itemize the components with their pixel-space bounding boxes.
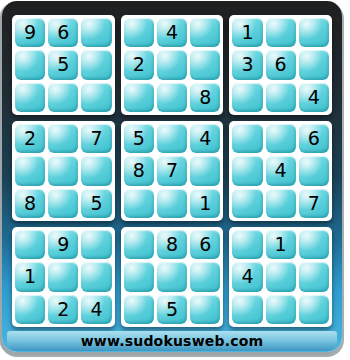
cell-r3c9[interactable]: 4 [299, 83, 329, 112]
cell-r9c8[interactable] [266, 295, 296, 324]
cell-r6c9[interactable]: 7 [299, 189, 329, 218]
cell-r5c1[interactable] [15, 156, 45, 185]
cell-r2c1[interactable] [15, 50, 45, 79]
cell-r3c8[interactable] [266, 83, 296, 112]
cell-r1c9[interactable] [299, 18, 329, 47]
cell-r8c3[interactable] [81, 262, 111, 291]
box-3-2: 865 [121, 227, 224, 327]
cell-r8c7[interactable]: 4 [232, 262, 262, 291]
cell-r2c4[interactable]: 2 [124, 50, 154, 79]
cell-r5c5[interactable]: 7 [157, 156, 187, 185]
cell-r5c4[interactable]: 8 [124, 156, 154, 185]
cell-r3c1[interactable] [15, 83, 45, 112]
cell-r5c7[interactable] [232, 156, 262, 185]
cell-r6c6[interactable]: 1 [190, 189, 220, 218]
cell-r6c4[interactable] [124, 189, 154, 218]
cell-r2c2[interactable]: 5 [48, 50, 78, 79]
cell-r9c6[interactable] [190, 295, 220, 324]
cell-r6c1[interactable]: 8 [15, 189, 45, 218]
cell-r1c5[interactable]: 4 [157, 18, 187, 47]
cell-r1c4[interactable] [124, 18, 154, 47]
cell-r2c5[interactable] [157, 50, 187, 79]
cell-r4c9[interactable]: 6 [299, 124, 329, 153]
cell-r8c4[interactable] [124, 262, 154, 291]
box-3-3: 14 [229, 227, 332, 327]
cell-r8c9[interactable] [299, 262, 329, 291]
cell-r9c4[interactable] [124, 295, 154, 324]
cell-r4c2[interactable] [48, 124, 78, 153]
cell-r9c5[interactable]: 5 [157, 295, 187, 324]
cell-r4c1[interactable]: 2 [15, 124, 45, 153]
cell-r4c8[interactable] [266, 124, 296, 153]
footer-band: www.sudokusweb.com [7, 331, 337, 351]
box-2-1: 2785 [12, 121, 115, 221]
cell-r4c5[interactable] [157, 124, 187, 153]
cell-r5c3[interactable] [81, 156, 111, 185]
site-url: www.sudokusweb.com [81, 333, 264, 349]
cell-r5c6[interactable] [190, 156, 220, 185]
cell-r7c2[interactable]: 9 [48, 230, 78, 259]
cell-r2c8[interactable]: 6 [266, 50, 296, 79]
cell-r9c3[interactable]: 4 [81, 295, 111, 324]
cell-r1c6[interactable] [190, 18, 220, 47]
cell-r5c8[interactable]: 4 [266, 156, 296, 185]
cell-r1c1[interactable]: 9 [15, 18, 45, 47]
cell-r7c6[interactable]: 6 [190, 230, 220, 259]
cell-r6c3[interactable]: 5 [81, 189, 111, 218]
cell-r7c9[interactable] [299, 230, 329, 259]
cell-r4c3[interactable]: 7 [81, 124, 111, 153]
cell-r2c3[interactable] [81, 50, 111, 79]
cell-r1c3[interactable] [81, 18, 111, 47]
cell-r3c3[interactable] [81, 83, 111, 112]
cell-r7c3[interactable] [81, 230, 111, 259]
cell-r3c4[interactable] [124, 83, 154, 112]
cell-r2c6[interactable] [190, 50, 220, 79]
cell-r4c6[interactable]: 4 [190, 124, 220, 153]
cell-r3c2[interactable] [48, 83, 78, 112]
cell-r9c7[interactable] [232, 295, 262, 324]
cell-r3c7[interactable] [232, 83, 262, 112]
box-3-1: 9124 [12, 227, 115, 327]
box-1-1: 965 [12, 15, 115, 115]
box-1-3: 1364 [229, 15, 332, 115]
cell-r9c9[interactable] [299, 295, 329, 324]
cell-r9c2[interactable]: 2 [48, 295, 78, 324]
cell-r8c5[interactable] [157, 262, 187, 291]
box-2-3: 647 [229, 121, 332, 221]
cell-r5c2[interactable] [48, 156, 78, 185]
cell-r3c6[interactable]: 8 [190, 83, 220, 112]
cell-r3c5[interactable] [157, 83, 187, 112]
sudoku-board: 9654281364278554871647912486514 www.sudo… [2, 1, 342, 352]
cell-r1c8[interactable] [266, 18, 296, 47]
cell-r7c7[interactable] [232, 230, 262, 259]
cell-r6c8[interactable] [266, 189, 296, 218]
cell-r7c5[interactable]: 8 [157, 230, 187, 259]
cell-r2c9[interactable] [299, 50, 329, 79]
cell-r5c9[interactable] [299, 156, 329, 185]
box-1-2: 428 [121, 15, 224, 115]
box-2-2: 54871 [121, 121, 224, 221]
cell-r6c7[interactable] [232, 189, 262, 218]
cell-r1c7[interactable]: 1 [232, 18, 262, 47]
cell-r7c4[interactable] [124, 230, 154, 259]
cell-r8c2[interactable] [48, 262, 78, 291]
cell-r2c7[interactable]: 3 [232, 50, 262, 79]
cell-r7c8[interactable]: 1 [266, 230, 296, 259]
cell-r8c1[interactable]: 1 [15, 262, 45, 291]
cell-r8c8[interactable] [266, 262, 296, 291]
cell-r8c6[interactable] [190, 262, 220, 291]
board-grid: 9654281364278554871647912486514 [12, 15, 332, 327]
cell-r6c2[interactable] [48, 189, 78, 218]
cell-r4c7[interactable] [232, 124, 262, 153]
cell-r7c1[interactable] [15, 230, 45, 259]
cell-r6c5[interactable] [157, 189, 187, 218]
cell-r9c1[interactable] [15, 295, 45, 324]
cell-r1c2[interactable]: 6 [48, 18, 78, 47]
cell-r4c4[interactable]: 5 [124, 124, 154, 153]
